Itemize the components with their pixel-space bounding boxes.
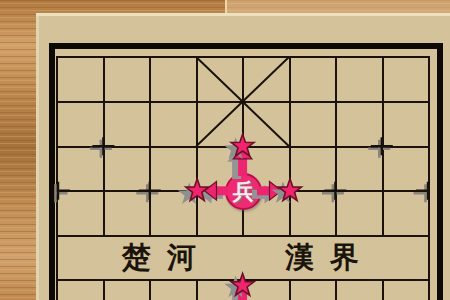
point-marker (371, 137, 393, 155)
point-marker (92, 137, 114, 155)
xiangqi-tutorial-scene: 楚河 漢界 兵 (0, 0, 450, 300)
edge-point-marker (58, 182, 70, 200)
point-marker (324, 182, 346, 200)
board-markings-overlay (0, 0, 450, 300)
point-marker (139, 182, 161, 200)
